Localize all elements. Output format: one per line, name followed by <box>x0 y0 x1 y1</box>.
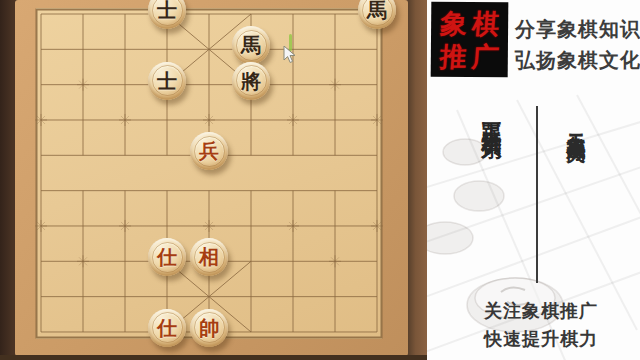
app-mode-vertical: 天天象棋残局闯关 <box>563 118 589 130</box>
piece-glyph: 兵 <box>199 141 219 161</box>
logo-text-line1: 象棋 <box>434 6 506 40</box>
piece-face: 帥 <box>194 312 225 343</box>
board-grid <box>0 0 427 360</box>
promo-panel: 象棋 推广 分享象棋知识 弘扬象棋文化 跟王天一学棋系列 天天象棋残局闯关 关注… <box>427 0 640 360</box>
piece-face: 相 <box>194 242 225 273</box>
piece-face: 仕 <box>152 312 183 343</box>
vertical-divider <box>536 106 538 283</box>
video-frame: 士馬馬士將兵仕相仕帥 <box>0 0 640 360</box>
piece-glyph: 相 <box>199 247 219 267</box>
piece-face: 兵 <box>194 136 225 167</box>
piece-glyph: 仕 <box>157 247 177 267</box>
piece-glyph: 將 <box>241 71 261 91</box>
red-advisor[interactable]: 仕 <box>148 309 186 347</box>
piece-face: 仕 <box>152 242 183 273</box>
piece-glyph: 馬 <box>367 0 387 20</box>
logo-text-line2: 推广 <box>434 39 506 73</box>
xiangqi-board[interactable]: 士馬馬士將兵仕相仕帥 <box>0 0 427 360</box>
piece-glyph: 仕 <box>157 318 177 338</box>
piece-glyph: 帥 <box>199 318 219 338</box>
piece-face: 士 <box>152 65 183 96</box>
piece-face: 馬 <box>236 30 267 61</box>
footer-improve: 快速提升棋力 <box>484 327 598 351</box>
black-advisor[interactable]: 士 <box>148 62 186 100</box>
piece-face: 將 <box>236 65 267 96</box>
black-general[interactable]: 將 <box>232 62 270 100</box>
footer-follow: 关注象棋推广 <box>484 299 598 323</box>
series-title-vertical: 跟王天一学棋系列 <box>479 106 506 126</box>
piece-glyph: 士 <box>157 0 177 20</box>
piece-glyph: 馬 <box>241 35 261 55</box>
piece-face: 士 <box>152 0 183 26</box>
piece-glyph: 士 <box>157 71 177 91</box>
red-general[interactable]: 帥 <box>190 309 228 347</box>
mouse-pointer-icon <box>281 34 301 64</box>
slogan-promote-culture: 弘扬象棋文化 <box>515 47 640 74</box>
channel-logo[interactable]: 象棋 推广 <box>431 2 509 78</box>
piece-face: 馬 <box>362 0 393 26</box>
slogan-share-knowledge: 分享象棋知识 <box>515 16 640 43</box>
